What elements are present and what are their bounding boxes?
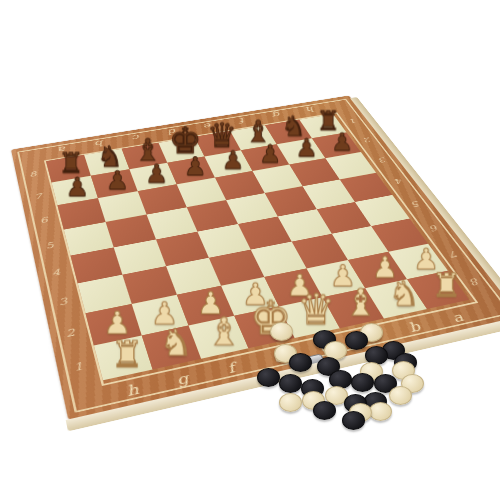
- product-photo-scene: hgfedcba hgfedcba 87654321 87654321 ♜♞♝♚…: [0, 0, 500, 500]
- cream-checker-disc: [279, 393, 302, 412]
- black-checker-disc: [279, 374, 302, 393]
- black-checker-disc: [289, 353, 312, 372]
- cream-checker-disc: [389, 386, 412, 405]
- cream-checker-disc: [270, 322, 293, 341]
- black-checker-disc: [313, 401, 336, 420]
- black-checker-disc: [345, 331, 368, 350]
- black-checker-disc: [342, 411, 365, 430]
- cream-checker-disc: [369, 402, 392, 421]
- black-checker-disc: [351, 373, 374, 392]
- black-checker-disc: [257, 368, 280, 387]
- checkers-pile: [0, 0, 500, 500]
